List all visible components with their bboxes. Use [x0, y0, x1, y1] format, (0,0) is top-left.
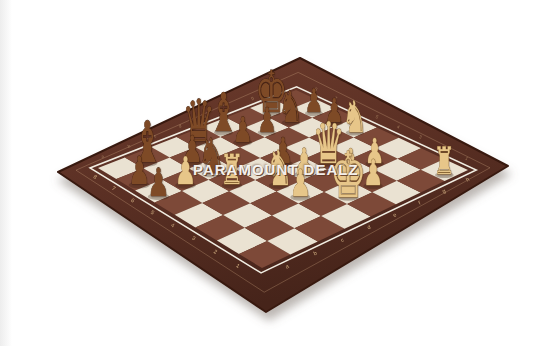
- piece-dark-pawn-e7: ♟: [233, 109, 253, 149]
- watermark: PARAMOUNT DEALZ: [193, 161, 353, 181]
- piece-light-pawn-f2: ♟: [363, 152, 383, 194]
- piece-dark-pawn-a6: ♟: [147, 160, 169, 205]
- chess-set-product-photo: aa11bb22cc33dd44ee55ff66gg77hh88♝♛♝♚♟♟♟♟…: [0, 0, 533, 346]
- piece-light-rook-h1: ♜: [434, 139, 456, 182]
- piece-light-knight-h5: ♞: [342, 91, 367, 142]
- piece-dark-knight-g7: ♞: [278, 81, 303, 132]
